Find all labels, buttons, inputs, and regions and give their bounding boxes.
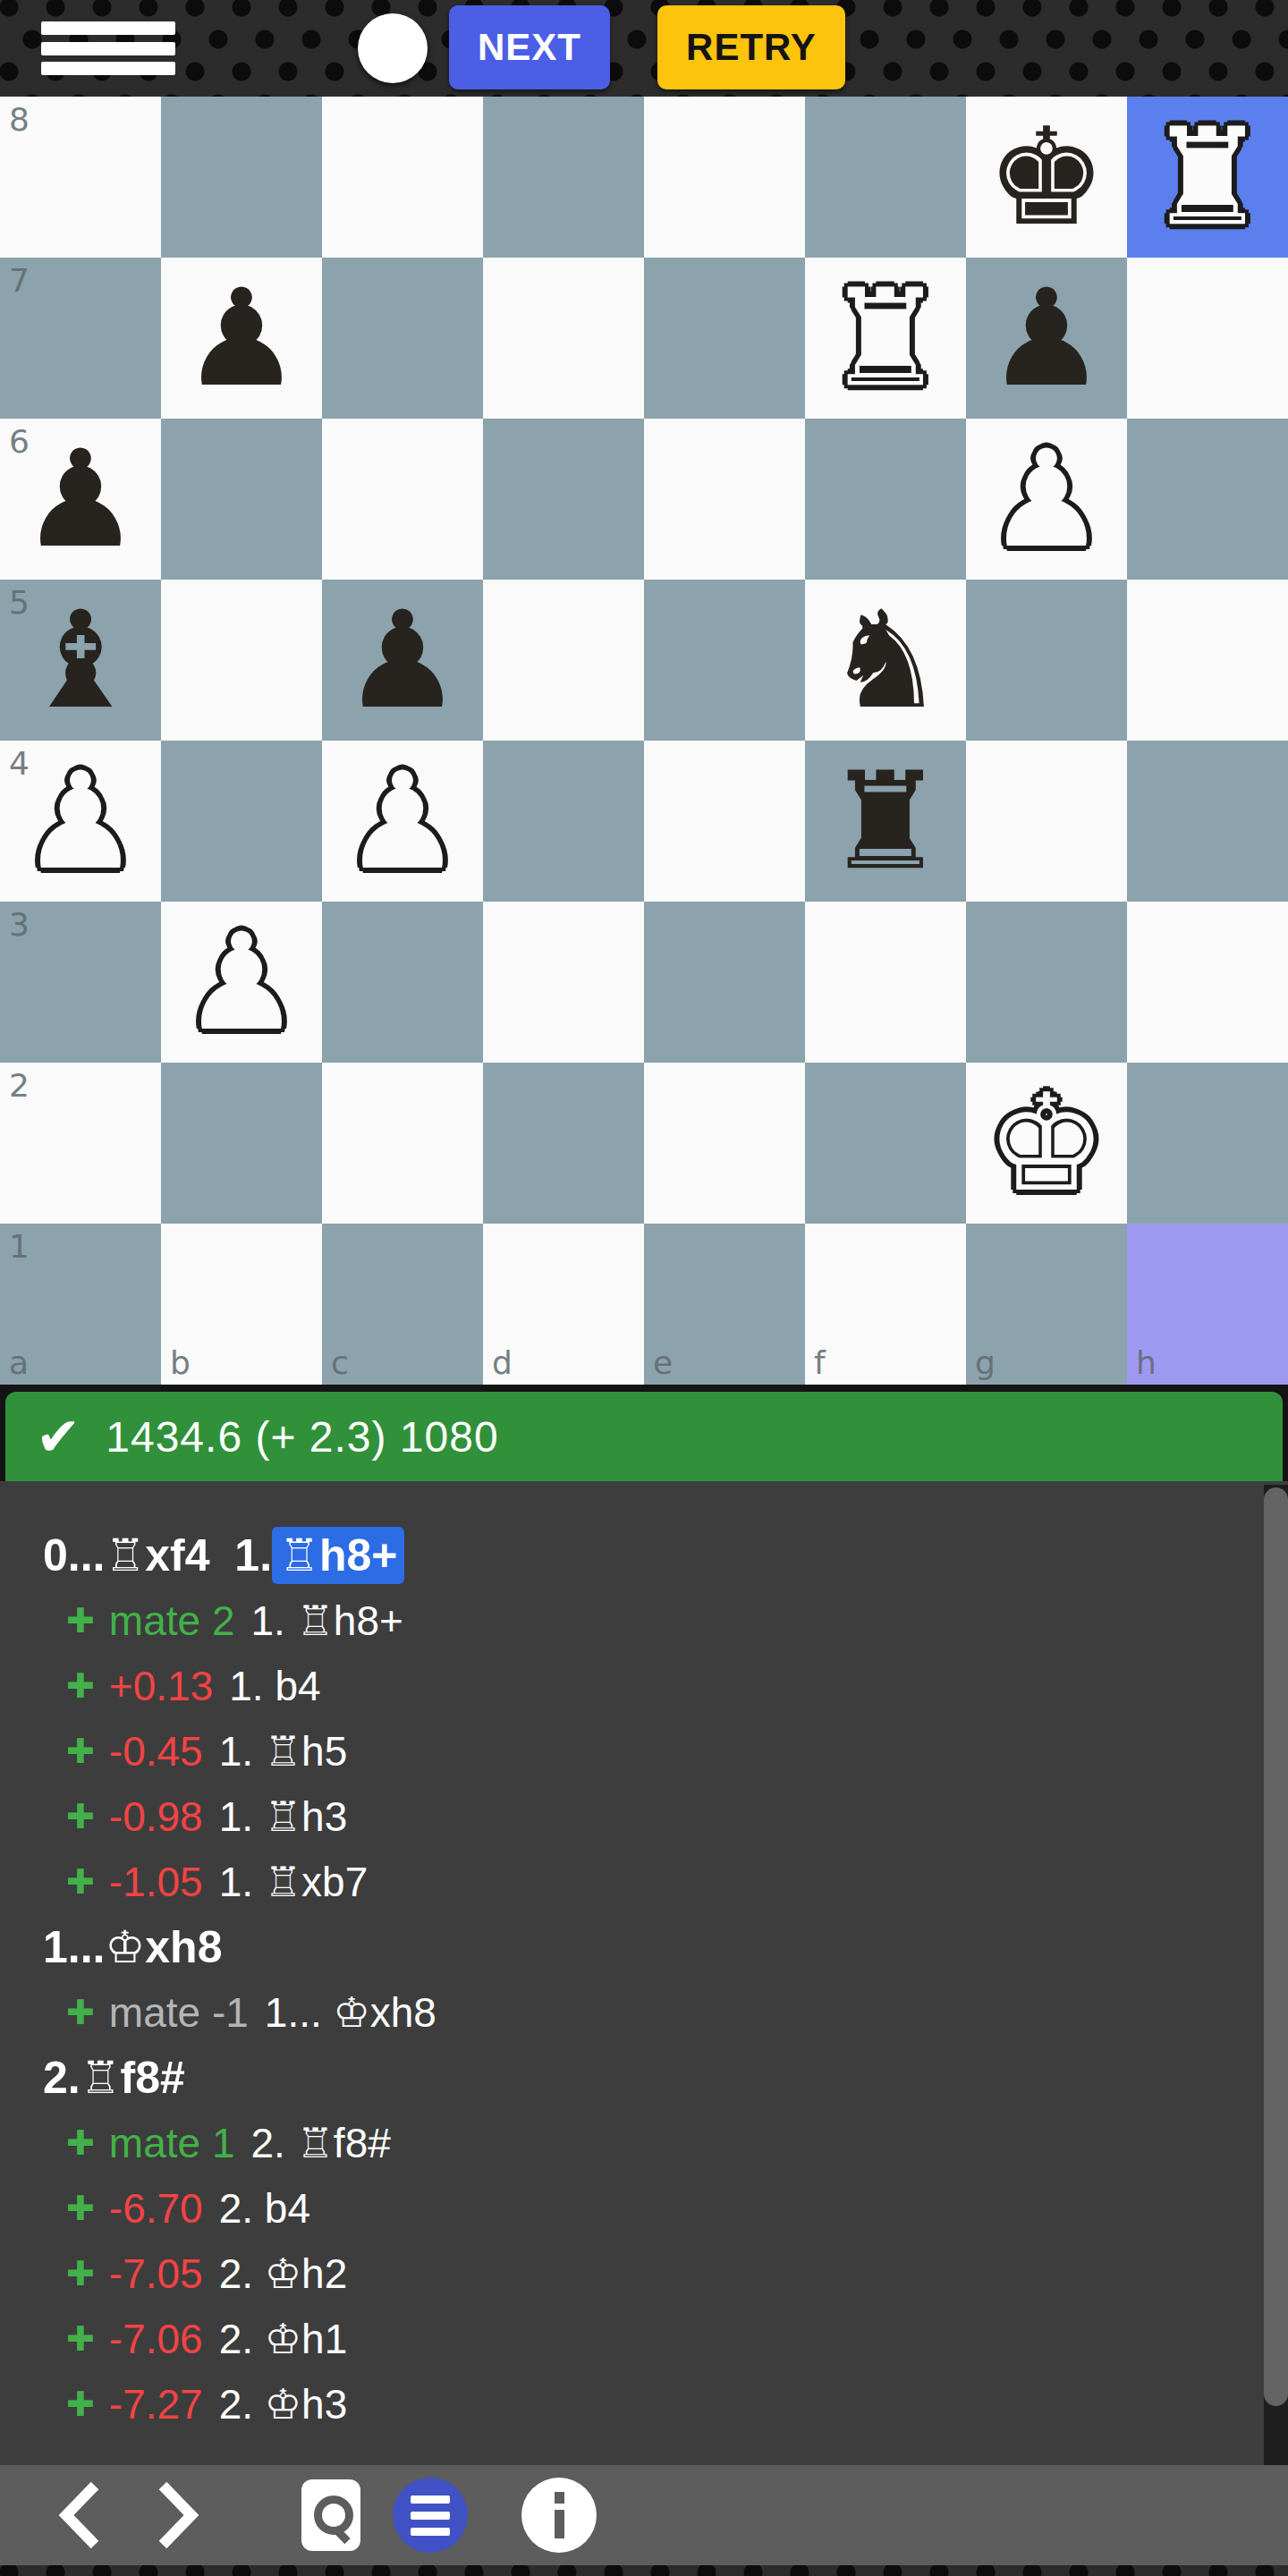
square-a6[interactable]: 6♟ [0, 419, 161, 580]
rank-label: 8 [9, 104, 30, 136]
square-d1[interactable]: d [483, 1224, 644, 1385]
square-a8[interactable]: 8 [0, 97, 161, 258]
square-e6[interactable] [644, 419, 805, 580]
rank-label: 7 [9, 265, 30, 297]
move-text: 2.♖f8# [43, 2052, 185, 2104]
eval-value: mate -1 [109, 1988, 249, 2037]
square-h7[interactable] [1127, 258, 1288, 419]
square-d8[interactable] [483, 97, 644, 258]
engine-alternative[interactable]: ✚+0.131. b4 [0, 1653, 1288, 1718]
file-label: h [1136, 1347, 1157, 1379]
check-icon: ✔ [36, 1405, 80, 1468]
analysis-panel: 0...♖xf4 1.♖h8+✚mate 21. ♖h8+✚+0.131. b4… [0, 1481, 1288, 2465]
move-text: 1. ♖h3 [219, 1792, 348, 1841]
piece-black-knight: ♞ [805, 580, 966, 741]
square-d5[interactable] [483, 580, 644, 741]
move-text: 1...♔xh8 [43, 1921, 222, 1973]
square-h6[interactable] [1127, 419, 1288, 580]
square-b8[interactable] [161, 97, 322, 258]
square-f1[interactable]: f [805, 1224, 966, 1385]
piece-black-bishop: ♝ [0, 580, 161, 741]
square-h8[interactable]: ♜ [1127, 97, 1288, 258]
square-g5[interactable] [966, 580, 1127, 741]
square-h1[interactable]: h [1127, 1224, 1288, 1385]
plus-icon: ✚ [66, 1601, 95, 1640]
square-b6[interactable] [161, 419, 322, 580]
move-text: 1... ♔xh8 [265, 1988, 436, 2037]
engine-alternative[interactable]: ✚-7.052. ♔h2 [0, 2241, 1288, 2306]
square-b4[interactable] [161, 741, 322, 902]
square-c8[interactable] [322, 97, 483, 258]
square-g7[interactable]: ♟ [966, 258, 1127, 419]
square-f4[interactable]: ♜ [805, 741, 966, 902]
move-text: 2. ♔h3 [219, 2380, 348, 2428]
eval-value: -6.70 [109, 2184, 203, 2233]
square-b5[interactable] [161, 580, 322, 741]
square-e2[interactable] [644, 1063, 805, 1224]
engine-alternative[interactable]: ✚mate 21. ♖h8+ [0, 1588, 1288, 1653]
bottom-toolbar [0, 2465, 1288, 2565]
search-icon[interactable] [295, 2465, 367, 2565]
engine-alternative[interactable]: ✚-0.451. ♖h5 [0, 1718, 1288, 1784]
square-f5[interactable]: ♞ [805, 580, 966, 741]
plus-icon: ✚ [66, 1666, 95, 1706]
mainline-move[interactable]: 0...♖xf4 1.♖h8+ [0, 1522, 1288, 1588]
file-label: c [331, 1347, 349, 1379]
engine-alternative[interactable]: ✚-7.272. ♔h3 [0, 2371, 1288, 2436]
plus-icon: ✚ [66, 1732, 95, 1771]
plus-icon: ✚ [66, 2254, 95, 2293]
square-e1[interactable]: e [644, 1224, 805, 1385]
plus-icon: ✚ [66, 2319, 95, 2359]
plus-icon: ✚ [66, 2189, 95, 2228]
selected-move-highlight[interactable]: ♖h8+ [272, 1527, 404, 1584]
menu-icon[interactable] [41, 21, 175, 75]
info-icon[interactable] [521, 2465, 597, 2565]
square-a1[interactable]: 1a [0, 1224, 161, 1385]
mainline-move[interactable]: 1...♔xh8 [0, 1914, 1288, 1979]
square-h5[interactable] [1127, 580, 1288, 741]
square-c5[interactable]: ♟ [322, 580, 483, 741]
square-g6[interactable]: ♟ [966, 419, 1127, 580]
square-g4[interactable] [966, 741, 1127, 902]
file-label: a [9, 1347, 29, 1379]
engine-alternative[interactable]: ✚mate -11... ♔xh8 [0, 1979, 1288, 2045]
square-f6[interactable] [805, 419, 966, 580]
rating-text: 1434.6 (+ 2.3) 1080 [106, 1412, 498, 1462]
plus-icon: ✚ [66, 2123, 95, 2163]
piece-black-pawn: ♟ [322, 580, 483, 741]
square-e7[interactable] [644, 258, 805, 419]
move-text: 0...♖xf4 1. [43, 1529, 272, 1581]
square-c3[interactable] [322, 902, 483, 1063]
square-e3[interactable] [644, 902, 805, 1063]
square-b1[interactable]: b [161, 1224, 322, 1385]
square-h4[interactable] [1127, 741, 1288, 902]
eval-value: -1.05 [109, 1858, 203, 1906]
file-label: g [975, 1347, 996, 1379]
piece-black-king: ♚ [966, 97, 1127, 258]
file-label: f [814, 1347, 826, 1379]
move-text: 2. b4 [219, 2184, 310, 2233]
square-b7[interactable]: ♟ [161, 258, 322, 419]
engine-alternative[interactable]: ✚mate 12. ♖f8# [0, 2110, 1288, 2175]
turn-indicator-white [358, 13, 428, 83]
retry-button[interactable]: RETRY [657, 5, 845, 89]
top-bar: 00:33 NEXT RETRY [0, 0, 1288, 97]
square-c7[interactable] [322, 258, 483, 419]
square-e4[interactable] [644, 741, 805, 902]
move-text: 2. ♔h1 [219, 2315, 348, 2363]
eval-value: mate 2 [109, 1597, 235, 1645]
engine-alternative[interactable]: ✚-1.051. ♖xb7 [0, 1849, 1288, 1914]
piece-white-rook: ♜ [1127, 97, 1288, 258]
square-g8[interactable]: ♚ [966, 97, 1127, 258]
engine-alternative[interactable]: ✚-6.702. b4 [0, 2175, 1288, 2241]
scrollbar-thumb[interactable] [1264, 1487, 1288, 2406]
piece-black-pawn: ♟ [966, 258, 1127, 419]
move-text: 1. ♖h8+ [250, 1597, 402, 1645]
move-text: 1. b4 [229, 1662, 320, 1710]
piece-white-king: ♚ [966, 1063, 1127, 1224]
eval-value: -7.06 [109, 2315, 203, 2363]
square-c6[interactable] [322, 419, 483, 580]
square-a7[interactable]: 7 [0, 258, 161, 419]
square-b2[interactable] [161, 1063, 322, 1224]
engine-alternative[interactable]: ✚-0.981. ♖h3 [0, 1784, 1288, 1849]
square-f8[interactable] [805, 97, 966, 258]
eval-value: -7.05 [109, 2250, 203, 2298]
next-button[interactable]: NEXT [449, 5, 610, 89]
piece-white-pawn: ♟ [161, 902, 322, 1063]
square-h3[interactable] [1127, 902, 1288, 1063]
rank-label: 1 [9, 1231, 30, 1263]
square-f7[interactable]: ♜ [805, 258, 966, 419]
engine-alternative[interactable]: ✚-7.062. ♔h1 [0, 2306, 1288, 2371]
file-label: e [653, 1347, 673, 1379]
chess-board: 8♚♜7♟♜♟6♟♟5♝♟♞4♟♟♜3♟2♚1abcdefgh [0, 97, 1288, 1385]
chevron-left-icon[interactable] [54, 2465, 107, 2565]
square-e8[interactable] [644, 97, 805, 258]
bottom-background [0, 2565, 1288, 2576]
rating-status-bar: ✔ 1434.6 (+ 2.3) 1080 [5, 1392, 1283, 1481]
move-text: 2. ♔h2 [219, 2250, 348, 2298]
file-label: d [492, 1347, 513, 1379]
piece-white-pawn: ♟ [0, 741, 161, 902]
piece-black-pawn: ♟ [161, 258, 322, 419]
plus-icon: ✚ [66, 1993, 95, 2032]
piece-white-pawn: ♟ [322, 741, 483, 902]
square-c4[interactable]: ♟ [322, 741, 483, 902]
square-a2[interactable]: 2 [0, 1063, 161, 1224]
square-d6[interactable] [483, 419, 644, 580]
rank-label: 2 [9, 1070, 30, 1102]
list-menu-icon[interactable] [392, 2465, 469, 2565]
eval-value: mate 1 [109, 2119, 235, 2167]
square-f2[interactable] [805, 1063, 966, 1224]
piece-white-pawn: ♟ [966, 419, 1127, 580]
eval-value: -0.45 [109, 1727, 203, 1775]
square-e5[interactable] [644, 580, 805, 741]
square-d4[interactable] [483, 741, 644, 902]
piece-black-pawn: ♟ [0, 419, 161, 580]
square-f3[interactable] [805, 902, 966, 1063]
square-d3[interactable] [483, 902, 644, 1063]
mainline-move[interactable]: 2.♖f8# [0, 2045, 1288, 2110]
square-g2[interactable]: ♚ [966, 1063, 1127, 1224]
square-d2[interactable] [483, 1063, 644, 1224]
square-c1[interactable]: c [322, 1224, 483, 1385]
piece-white-rook: ♜ [805, 258, 966, 419]
eval-value: -7.27 [109, 2380, 203, 2428]
square-d7[interactable] [483, 258, 644, 419]
piece-black-rook: ♜ [805, 741, 966, 902]
square-g3[interactable] [966, 902, 1127, 1063]
plus-icon: ✚ [66, 1862, 95, 1902]
chevron-right-icon[interactable] [150, 2465, 204, 2565]
square-c2[interactable] [322, 1063, 483, 1224]
square-a4[interactable]: 4♟ [0, 741, 161, 902]
eval-value: +0.13 [109, 1662, 213, 1710]
square-g1[interactable]: g [966, 1224, 1127, 1385]
move-text: 2. ♖f8# [250, 2119, 390, 2167]
square-a3[interactable]: 3 [0, 902, 161, 1063]
square-h2[interactable] [1127, 1063, 1288, 1224]
rank-label: 3 [9, 909, 30, 941]
square-b3[interactable]: ♟ [161, 902, 322, 1063]
move-text: 1. ♖xb7 [219, 1858, 369, 1906]
file-label: b [170, 1347, 191, 1379]
eval-value: -0.98 [109, 1792, 203, 1841]
plus-icon: ✚ [66, 1797, 95, 1836]
square-a5[interactable]: 5♝ [0, 580, 161, 741]
plus-icon: ✚ [66, 2385, 95, 2424]
move-text: 1. ♖h5 [219, 1727, 348, 1775]
